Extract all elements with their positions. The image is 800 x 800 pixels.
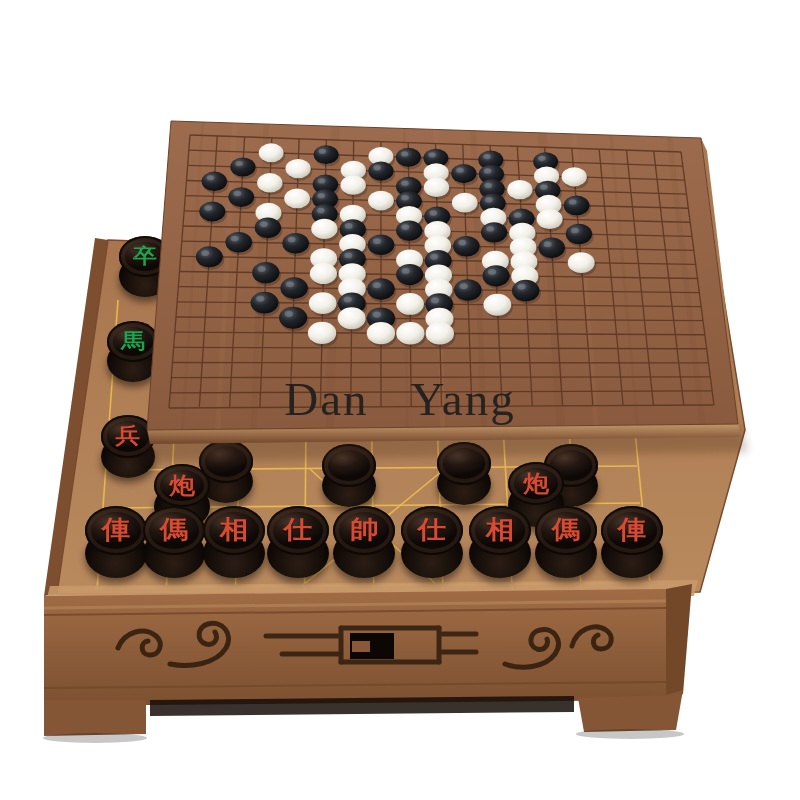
piece-character: 仕 <box>401 509 463 552</box>
piece-top-face: 炮 <box>154 464 210 508</box>
xiangqi-piece-elephant: 相 <box>469 506 531 580</box>
piece-top-face: 傌 <box>535 506 597 554</box>
xiangqi-piece-horse: 傌 <box>535 506 597 580</box>
piece-character: 俥 <box>85 509 147 552</box>
piece-top-face: 俥 <box>85 506 147 554</box>
piece-top-face: 傌 <box>143 506 205 554</box>
piece-top-face: 炮 <box>508 462 564 506</box>
watermark-text: Dan Yang <box>210 372 590 426</box>
piece-character: 帥 <box>333 509 395 552</box>
xiangqi-piece-chariot: 俥 <box>601 506 663 580</box>
piece-character: 仕 <box>267 509 329 552</box>
product-photo: 卒馬兵 炮炮俥傌相仕帥仕相傌俥 Dan Yang <box>0 0 800 800</box>
piece-character: 相 <box>469 509 531 552</box>
piece-top-face: 仕 <box>401 506 463 554</box>
xiangqi-piece-advisor: 仕 <box>267 506 329 580</box>
piece-top-face: 帥 <box>333 506 395 554</box>
piece-character: 傌 <box>535 509 597 552</box>
piece-character: 相 <box>203 509 265 552</box>
piece-character: 炮 <box>508 464 564 502</box>
piece-character: 炮 <box>154 466 210 504</box>
xiangqi-piece-advisor: 仕 <box>401 506 463 580</box>
piece-character: 傌 <box>143 509 205 552</box>
xiangqi-piece-elephant: 相 <box>203 506 265 580</box>
piece-top-face: 相 <box>203 506 265 554</box>
xiangqi-piece-chariot: 俥 <box>85 506 147 580</box>
piece-character: 俥 <box>601 509 663 552</box>
xiangqi-piece-horse: 傌 <box>143 506 205 580</box>
piece-top-face: 仕 <box>267 506 329 554</box>
xiangqi-piece-general: 帥 <box>333 506 395 580</box>
piece-top-face: 俥 <box>601 506 663 554</box>
piece-top-face: 相 <box>469 506 531 554</box>
